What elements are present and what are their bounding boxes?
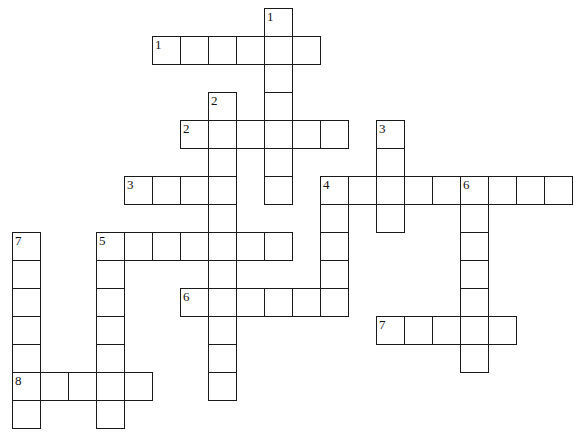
cell[interactable] <box>460 232 489 261</box>
cell[interactable] <box>376 148 405 177</box>
cell[interactable] <box>264 232 293 261</box>
cell[interactable] <box>320 288 349 317</box>
clue-number: 6 <box>463 177 470 192</box>
cell[interactable] <box>488 176 517 205</box>
cell[interactable] <box>180 176 209 205</box>
cell[interactable] <box>208 260 237 289</box>
crossword-grid: 1122334675678 <box>12 8 573 429</box>
cell[interactable]: 8 <box>12 372 41 401</box>
cell[interactable] <box>404 316 433 345</box>
cell[interactable]: 6 <box>460 176 489 205</box>
clue-number: 5 <box>99 233 106 248</box>
cell[interactable] <box>12 400 41 429</box>
cell[interactable] <box>12 316 41 345</box>
cell[interactable] <box>208 148 237 177</box>
cell[interactable] <box>152 176 181 205</box>
cell[interactable]: 1 <box>264 8 293 37</box>
clue-number: 3 <box>379 121 386 136</box>
cell[interactable] <box>96 288 125 317</box>
cell[interactable] <box>292 120 321 149</box>
cell[interactable] <box>488 316 517 345</box>
cell[interactable] <box>180 36 209 65</box>
cell[interactable]: 2 <box>208 92 237 121</box>
cell[interactable] <box>460 288 489 317</box>
cell[interactable] <box>236 36 265 65</box>
cell[interactable] <box>208 36 237 65</box>
clue-number: 1 <box>267 9 274 24</box>
crossword-puzzle: 1122334675678 <box>0 0 585 440</box>
cell[interactable]: 5 <box>96 232 125 261</box>
clue-number: 2 <box>183 121 190 136</box>
cell[interactable]: 3 <box>376 120 405 149</box>
cell[interactable] <box>208 232 237 261</box>
cell[interactable] <box>460 260 489 289</box>
cell[interactable] <box>516 176 545 205</box>
cell[interactable] <box>12 344 41 373</box>
cell[interactable] <box>68 372 97 401</box>
cell[interactable] <box>124 232 153 261</box>
cell[interactable] <box>124 372 153 401</box>
clue-number: 6 <box>183 289 190 304</box>
cell[interactable] <box>404 176 433 205</box>
cell[interactable] <box>40 372 69 401</box>
cell[interactable] <box>320 260 349 289</box>
clue-number: 7 <box>15 233 22 248</box>
cell[interactable] <box>264 64 293 93</box>
clue-number: 4 <box>323 177 330 192</box>
cell[interactable] <box>376 204 405 233</box>
cell[interactable] <box>264 176 293 205</box>
cell[interactable] <box>12 260 41 289</box>
cell[interactable] <box>96 372 125 401</box>
cell[interactable] <box>208 176 237 205</box>
cell[interactable] <box>96 316 125 345</box>
cell[interactable] <box>348 176 377 205</box>
cell[interactable] <box>264 36 293 65</box>
cell[interactable] <box>96 260 125 289</box>
cell[interactable] <box>12 288 41 317</box>
cell[interactable] <box>208 316 237 345</box>
cell[interactable] <box>208 288 237 317</box>
cell[interactable] <box>96 400 125 429</box>
cell[interactable] <box>236 288 265 317</box>
cell[interactable] <box>320 204 349 233</box>
cell[interactable] <box>264 148 293 177</box>
cell[interactable] <box>320 232 349 261</box>
cell[interactable] <box>180 232 209 261</box>
clue-number: 3 <box>127 177 134 192</box>
cell[interactable] <box>264 288 293 317</box>
cell[interactable] <box>432 176 461 205</box>
cell[interactable] <box>264 120 293 149</box>
cell[interactable] <box>152 232 181 261</box>
cell[interactable] <box>460 316 489 345</box>
cell[interactable] <box>460 344 489 373</box>
cell[interactable] <box>432 316 461 345</box>
cell[interactable] <box>208 120 237 149</box>
cell[interactable]: 6 <box>180 288 209 317</box>
clue-number: 7 <box>379 317 386 332</box>
cell[interactable]: 3 <box>124 176 153 205</box>
cell[interactable] <box>460 204 489 233</box>
cell[interactable]: 2 <box>180 120 209 149</box>
cell[interactable]: 1 <box>152 36 181 65</box>
cell[interactable] <box>320 120 349 149</box>
cell[interactable] <box>544 176 573 205</box>
cell[interactable] <box>292 36 321 65</box>
cell[interactable] <box>236 232 265 261</box>
cell[interactable] <box>264 92 293 121</box>
cell[interactable]: 7 <box>376 316 405 345</box>
cell[interactable] <box>292 288 321 317</box>
cell[interactable] <box>208 344 237 373</box>
cell[interactable] <box>376 176 405 205</box>
cell[interactable] <box>96 344 125 373</box>
clue-number: 1 <box>155 37 162 52</box>
clue-number: 8 <box>15 373 22 388</box>
cell[interactable] <box>236 120 265 149</box>
cell[interactable] <box>208 204 237 233</box>
cell[interactable]: 7 <box>12 232 41 261</box>
cell[interactable] <box>208 372 237 401</box>
clue-number: 2 <box>211 93 218 108</box>
cell[interactable]: 4 <box>320 176 349 205</box>
